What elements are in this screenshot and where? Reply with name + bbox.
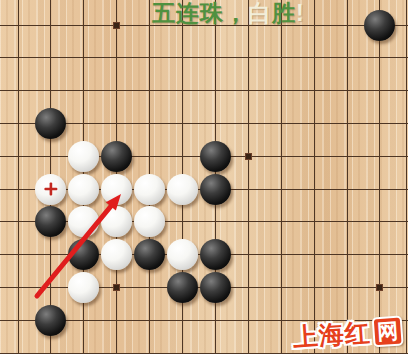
black-stone[interactable] — [68, 239, 99, 270]
white-stone[interactable] — [134, 206, 165, 237]
gomoku-game-screen: 五连珠，白胜! 上海红 网 — [0, 0, 408, 354]
white-stone[interactable] — [35, 174, 66, 205]
black-stone[interactable] — [101, 141, 132, 172]
watermark-text: 上海红 — [292, 316, 372, 354]
black-stone[interactable] — [35, 206, 66, 237]
grid-hline — [0, 353, 408, 354]
white-stone[interactable] — [68, 174, 99, 205]
star-point — [113, 284, 120, 291]
grid-vline — [347, 0, 348, 354]
white-stone[interactable] — [68, 206, 99, 237]
black-stone[interactable] — [200, 239, 231, 270]
title-part: 五连珠， — [152, 0, 248, 26]
star-point — [245, 153, 252, 160]
black-stone[interactable] — [200, 141, 231, 172]
grid-vline — [281, 0, 282, 354]
title-part: 胜 — [272, 0, 296, 26]
white-stone[interactable] — [68, 272, 99, 303]
title-part: ! — [296, 0, 305, 26]
white-stone[interactable] — [101, 239, 132, 270]
black-stone[interactable] — [364, 10, 395, 41]
black-stone[interactable] — [167, 272, 198, 303]
white-stone[interactable] — [167, 174, 198, 205]
black-stone[interactable] — [35, 305, 66, 336]
grid-vline — [314, 0, 315, 354]
white-stone[interactable] — [134, 174, 165, 205]
watermark: 上海红 网 — [292, 313, 404, 354]
title-banner: 五连珠，白胜! — [152, 0, 305, 29]
grid-vline — [379, 0, 380, 354]
grid-hline — [0, 90, 408, 91]
black-stone[interactable] — [35, 108, 66, 139]
star-point — [113, 22, 120, 29]
white-stone[interactable] — [167, 239, 198, 270]
black-stone[interactable] — [134, 239, 165, 270]
black-stone[interactable] — [200, 272, 231, 303]
grid-vline — [248, 0, 249, 354]
title-part: 白 — [248, 0, 272, 26]
watermark-badge: 网 — [372, 315, 404, 347]
white-stone[interactable] — [101, 206, 132, 237]
grid-hline — [0, 57, 408, 58]
white-stone[interactable] — [68, 141, 99, 172]
black-stone[interactable] — [200, 174, 231, 205]
white-stone[interactable] — [101, 174, 132, 205]
grid-vline-edge — [406, 0, 407, 354]
grid-vline — [18, 0, 19, 354]
star-point — [376, 284, 383, 291]
